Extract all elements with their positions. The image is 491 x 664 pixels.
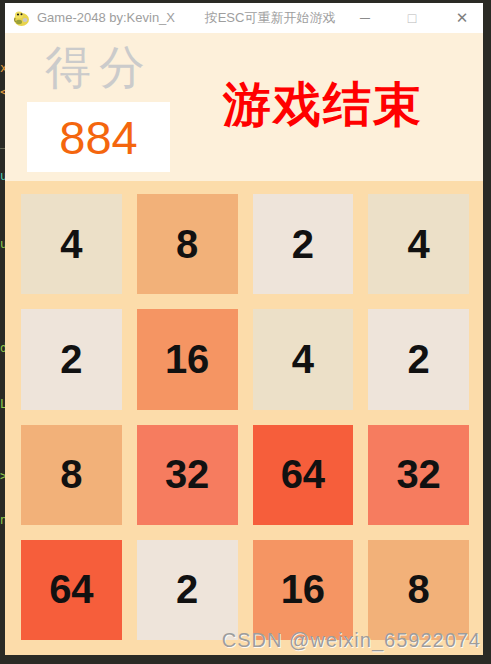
maximize-button[interactable]: □	[397, 3, 427, 33]
tile-r3c2: 32	[137, 425, 238, 525]
board-2048: 4824216428326432642168	[5, 181, 483, 655]
title-bar: Game-2048 by:Kevin_X 按ESC可重新开始游戏 ─ □ ✕	[5, 3, 483, 33]
tile-r4c4: 8	[368, 540, 469, 640]
tile-r2c4: 2	[368, 309, 469, 409]
window-title-hint: 按ESC可重新开始游戏	[205, 10, 336, 25]
window-title: Game-2048 by:Kevin_X 按ESC可重新开始游戏	[37, 9, 335, 27]
tile-r2c3: 4	[253, 309, 354, 409]
score-box: 884	[27, 102, 170, 172]
tile-r4c2: 2	[137, 540, 238, 640]
tile-r4c3: 16	[253, 540, 354, 640]
score-label: 得分	[45, 37, 153, 99]
game-over-banner: 游戏结束	[223, 73, 423, 137]
tile-r3c4: 32	[368, 425, 469, 525]
tile-r2c1: 2	[21, 309, 122, 409]
tile-r1c1: 4	[21, 194, 122, 294]
tile-r1c2: 8	[137, 194, 238, 294]
tile-r2c2: 16	[137, 309, 238, 409]
score-area: 得分 884 游戏结束	[5, 33, 483, 181]
tile-r3c1: 8	[21, 425, 122, 525]
tile-r1c3: 2	[253, 194, 354, 294]
window-title-app: Game-2048 by:Kevin_X	[37, 10, 175, 25]
watermark: CSDN @weixin_65922074	[222, 629, 481, 652]
game-window: Game-2048 by:Kevin_X 按ESC可重新开始游戏 ─ □ ✕ 得…	[5, 3, 483, 655]
pygame-snake-icon	[13, 10, 30, 27]
minimize-button[interactable]: ─	[350, 3, 380, 33]
score-value: 884	[59, 110, 137, 165]
close-button[interactable]: ✕	[447, 3, 477, 33]
tile-r4c1: 64	[21, 540, 122, 640]
tile-r3c3: 64	[253, 425, 354, 525]
tile-r1c4: 4	[368, 194, 469, 294]
